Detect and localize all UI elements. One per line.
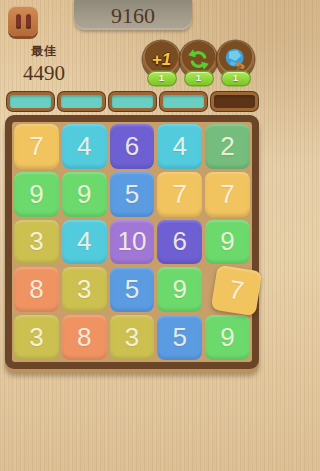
- progress-slot-empty: [211, 92, 258, 111]
- tile-6[interactable]: 6: [157, 220, 202, 265]
- plus-one-icon: +1: [152, 50, 171, 70]
- floating-tile-7[interactable]: 7: [211, 265, 262, 316]
- powerup-plus-one-button[interactable]: +1 1: [143, 41, 180, 78]
- score-panel: 9160: [74, 0, 192, 30]
- tile-8[interactable]: 8: [14, 267, 59, 312]
- tile-8[interactable]: 8: [62, 315, 107, 360]
- progress-slot-filled: [7, 92, 54, 111]
- tile-3[interactable]: 3: [14, 220, 59, 265]
- tile-4[interactable]: 4: [157, 124, 202, 169]
- tile-3[interactable]: 3: [14, 315, 59, 360]
- progress-slot-filled: [58, 92, 105, 111]
- progress-slot-filled: [160, 92, 207, 111]
- powerup-shuffle-button[interactable]: 1: [180, 41, 217, 78]
- best-score-block: 最佳 4490: [10, 43, 78, 86]
- powerup-count-badge: 1: [148, 72, 175, 85]
- tile-3[interactable]: 3: [110, 315, 155, 360]
- tile-5[interactable]: 5: [157, 315, 202, 360]
- tile-4[interactable]: 4: [62, 124, 107, 169]
- progress-slot-row: [7, 92, 258, 111]
- pause-icon: [16, 14, 21, 29]
- tile-7[interactable]: 7: [157, 172, 202, 217]
- pause-button[interactable]: [8, 6, 38, 36]
- pause-icon: [26, 14, 31, 29]
- tile-5[interactable]: 5: [110, 172, 155, 217]
- powerup-globe-button[interactable]: 1: [217, 41, 254, 78]
- powerup-count-badge: 1: [222, 72, 249, 85]
- tile-6[interactable]: 6: [110, 124, 155, 169]
- game-board-frame: 74642995773410698359383597: [5, 115, 259, 369]
- tile-5[interactable]: 5: [110, 267, 155, 312]
- best-score-value: 4490: [10, 61, 78, 86]
- tile-3[interactable]: 3: [62, 267, 107, 312]
- tile-4[interactable]: 4: [62, 220, 107, 265]
- progress-slot-filled: [109, 92, 156, 111]
- refresh-icon: [187, 48, 210, 71]
- globe-icon: [223, 47, 248, 72]
- tile-9[interactable]: 9: [205, 220, 250, 265]
- tile-9[interactable]: 9: [14, 172, 59, 217]
- tile-9[interactable]: 9: [205, 315, 250, 360]
- tile-7[interactable]: 7: [14, 124, 59, 169]
- tile-9[interactable]: 9: [157, 267, 202, 312]
- tile-10[interactable]: 10: [110, 220, 155, 265]
- powerup-count-badge: 1: [185, 72, 212, 85]
- tile-2[interactable]: 2: [205, 124, 250, 169]
- tile-7[interactable]: 7: [205, 172, 250, 217]
- board-grid: 74642995773410698359383597: [12, 122, 252, 362]
- best-score-label: 最佳: [10, 43, 78, 60]
- tile-9[interactable]: 9: [62, 172, 107, 217]
